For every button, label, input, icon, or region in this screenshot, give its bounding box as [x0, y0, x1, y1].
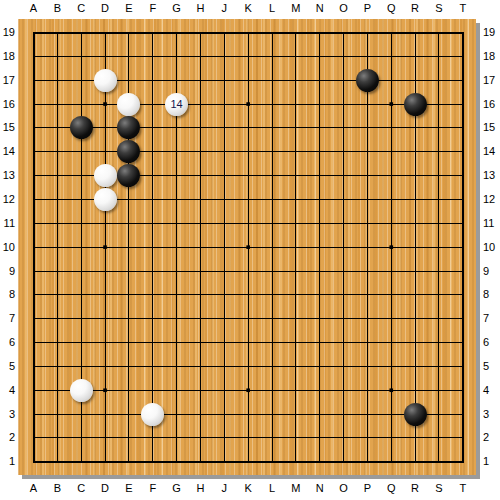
coord-left-10: 10 [0, 241, 15, 254]
coord-right-16: 16 [483, 98, 500, 111]
white-stone-D12 [94, 188, 117, 211]
coord-right-18: 18 [483, 50, 500, 63]
white-stone-G16: 14 [165, 93, 188, 116]
coord-bottom-R: R [403, 482, 427, 495]
coord-right-3: 3 [483, 408, 500, 421]
coord-right-13: 13 [483, 169, 500, 182]
coord-top-O: O [332, 2, 356, 15]
white-stone-F3 [141, 403, 164, 426]
black-stone-P17 [356, 69, 379, 92]
coord-left-12: 12 [0, 193, 15, 206]
coord-left-4: 4 [0, 384, 15, 397]
coord-top-A: A [22, 2, 46, 15]
coord-left-13: 13 [0, 169, 15, 182]
go-board-viewer: AABBCCDDEEFFGGHHJJKKLLMMNNOOPPQQRRSSTT19… [0, 0, 500, 500]
coord-left-1: 1 [0, 455, 15, 468]
coord-right-14: 14 [483, 145, 500, 158]
coord-left-5: 5 [0, 360, 15, 373]
coord-left-18: 18 [0, 50, 15, 63]
coord-bottom-N: N [308, 482, 332, 495]
coord-top-N: N [308, 2, 332, 15]
coord-bottom-S: S [427, 482, 451, 495]
coord-top-P: P [355, 2, 379, 15]
coord-bottom-C: C [69, 482, 93, 495]
coord-top-T: T [451, 2, 475, 15]
coord-bottom-A: A [22, 482, 46, 495]
coord-top-H: H [188, 2, 212, 15]
black-stone-R3 [404, 403, 427, 426]
coord-left-6: 6 [0, 336, 15, 349]
coord-right-4: 4 [483, 384, 500, 397]
coord-left-14: 14 [0, 145, 15, 158]
coord-left-16: 16 [0, 98, 15, 111]
coord-top-F: F [141, 2, 165, 15]
coord-bottom-L: L [260, 482, 284, 495]
coord-bottom-E: E [117, 482, 141, 495]
coord-bottom-Q: Q [379, 482, 403, 495]
coord-right-2: 2 [483, 431, 500, 444]
coord-top-E: E [117, 2, 141, 15]
coord-top-G: G [165, 2, 189, 15]
coord-bottom-O: O [332, 482, 356, 495]
coord-top-R: R [403, 2, 427, 15]
coord-left-15: 15 [0, 121, 15, 134]
coord-left-11: 11 [0, 217, 15, 230]
coord-right-19: 19 [483, 26, 500, 39]
coord-top-D: D [93, 2, 117, 15]
coord-top-K: K [236, 2, 260, 15]
coord-left-7: 7 [0, 312, 15, 325]
coord-bottom-J: J [212, 482, 236, 495]
coord-right-6: 6 [483, 336, 500, 349]
coord-top-M: M [284, 2, 308, 15]
coord-left-2: 2 [0, 431, 15, 444]
coord-right-17: 17 [483, 74, 500, 87]
coord-bottom-T: T [451, 482, 475, 495]
coord-bottom-G: G [165, 482, 189, 495]
white-stone-C4 [70, 379, 93, 402]
move-number-label: 14 [165, 93, 188, 116]
coord-right-11: 11 [483, 217, 500, 230]
coord-right-5: 5 [483, 360, 500, 373]
coord-right-1: 1 [483, 455, 500, 468]
coord-right-9: 9 [483, 265, 500, 278]
coord-right-7: 7 [483, 312, 500, 325]
coord-left-9: 9 [0, 265, 15, 278]
coord-left-17: 17 [0, 74, 15, 87]
white-stone-D13 [94, 164, 117, 187]
coord-top-J: J [212, 2, 236, 15]
coord-right-10: 10 [483, 241, 500, 254]
coord-left-3: 3 [0, 408, 15, 421]
coord-bottom-H: H [188, 482, 212, 495]
coord-top-B: B [45, 2, 69, 15]
white-stone-D17 [94, 69, 117, 92]
black-stone-C15 [70, 116, 93, 139]
coord-left-8: 8 [0, 288, 15, 301]
coord-top-L: L [260, 2, 284, 15]
coord-left-19: 19 [0, 26, 15, 39]
coord-bottom-P: P [355, 482, 379, 495]
black-stone-R16 [404, 93, 427, 116]
coord-bottom-F: F [141, 482, 165, 495]
coord-top-Q: Q [379, 2, 403, 15]
coord-right-12: 12 [483, 193, 500, 206]
coord-bottom-B: B [45, 482, 69, 495]
coord-bottom-M: M [284, 482, 308, 495]
coord-bottom-D: D [93, 482, 117, 495]
coord-right-8: 8 [483, 288, 500, 301]
coord-top-C: C [69, 2, 93, 15]
coord-right-15: 15 [483, 121, 500, 134]
coord-top-S: S [427, 2, 451, 15]
coord-bottom-K: K [236, 482, 260, 495]
white-stone-E16 [117, 93, 140, 116]
